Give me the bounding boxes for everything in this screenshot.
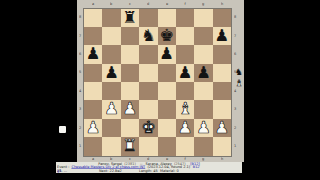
square-f8[interactable] — [176, 9, 194, 27]
square-b7[interactable] — [102, 27, 120, 45]
piece-black-pawn: ♟ — [196, 64, 211, 82]
square-e7[interactable]: ♚ — [158, 27, 176, 45]
last-move: 21. ... g5 — [57, 169, 61, 173]
moves-line: 21. ... g5 Next: 22.Be2 Length: 45 Mater… — [56, 169, 242, 173]
square-f2[interactable]: ♟ — [176, 119, 194, 137]
piece-black-pawn: ♟ — [215, 27, 230, 45]
piece-white-pawn: ♟ — [86, 119, 101, 137]
square-c5[interactable] — [121, 64, 139, 82]
rank-label-left-6: 6 — [77, 45, 84, 63]
piece-black-pawn: ♟ — [86, 45, 101, 63]
square-e3[interactable] — [158, 100, 176, 118]
square-h8[interactable] — [213, 9, 231, 27]
rank-label-right-3: 3 — [232, 101, 239, 119]
square-d2[interactable]: ♚ — [139, 119, 157, 137]
piece-white-king: ♚ — [141, 119, 156, 137]
square-c2[interactable] — [121, 119, 139, 137]
square-f5[interactable]: ♟ — [176, 64, 194, 82]
rank-label-right-7: 7 — [232, 27, 239, 45]
square-d7[interactable]: ♞ — [139, 27, 157, 45]
rank-label-left-1: 1 — [77, 137, 84, 155]
square-e4[interactable] — [158, 82, 176, 100]
square-g4[interactable] — [194, 82, 212, 100]
chess-board-panel: ♜♞♚♟♟♟♟♟♟♟♟♝♟♚♟♟♟♜ ♞ ♝ aabbccddeeffgghh8… — [77, 0, 244, 162]
rank-label-right-2: 2 — [232, 119, 239, 137]
square-h2[interactable]: ♟ — [213, 119, 231, 137]
rank-label-right-1: 1 — [232, 137, 239, 155]
square-b4[interactable] — [102, 82, 120, 100]
square-d6[interactable] — [139, 45, 157, 63]
square-h6[interactable] — [213, 45, 231, 63]
square-d1[interactable] — [139, 137, 157, 155]
rank-label-left-8: 8 — [77, 9, 84, 27]
piece-black-pawn: ♟ — [104, 64, 119, 82]
square-f6[interactable] — [176, 45, 194, 63]
square-b2[interactable] — [102, 119, 120, 137]
subtitle-artifact — [59, 126, 66, 133]
rank-label-left-3: 3 — [77, 101, 84, 119]
caption-text: Panov, Sergei (2381) -- Sarana, Alexey (… — [56, 162, 242, 173]
rank-label-left-7: 7 — [77, 27, 84, 45]
square-d5[interactable] — [139, 64, 157, 82]
square-e8[interactable] — [158, 9, 176, 27]
piece-black-king: ♚ — [159, 27, 174, 45]
file-label-top-f: f — [176, 1, 194, 9]
square-a7[interactable] — [84, 27, 102, 45]
square-b3[interactable]: ♟ — [102, 100, 120, 118]
square-h4[interactable] — [213, 82, 231, 100]
square-b8[interactable] — [102, 9, 120, 27]
square-g7[interactable] — [194, 27, 212, 45]
piece-white-pawn: ♟ — [123, 100, 138, 118]
rank-label-right-5: 5 — [232, 64, 239, 82]
square-e5[interactable] — [158, 64, 176, 82]
piece-white-bishop: ♝ — [178, 100, 193, 118]
piece-black-pawn: ♟ — [159, 45, 174, 63]
square-e2[interactable] — [158, 119, 176, 137]
square-c8[interactable]: ♜ — [121, 9, 139, 27]
piece-white-pawn: ♟ — [196, 119, 211, 137]
square-a2[interactable]: ♟ — [84, 119, 102, 137]
square-h3[interactable] — [213, 100, 231, 118]
square-c6[interactable] — [121, 45, 139, 63]
file-label-top-a: a — [84, 1, 102, 9]
file-label-top-c: c — [121, 1, 139, 9]
square-h5[interactable] — [213, 64, 231, 82]
board-grid: ♜♞♚♟♟♟♟♟♟♟♟♝♟♚♟♟♟♜ — [84, 9, 231, 156]
square-g8[interactable] — [194, 9, 212, 27]
square-f7[interactable] — [176, 27, 194, 45]
rank-label-right-8: 8 — [232, 9, 239, 27]
last-move-number: 21. ... — [57, 169, 67, 173]
piece-black-knight: ♞ — [141, 27, 156, 45]
square-a4[interactable] — [84, 82, 102, 100]
square-d4[interactable] — [139, 82, 157, 100]
square-b5[interactable]: ♟ — [102, 64, 120, 82]
square-g2[interactable]: ♟ — [194, 119, 212, 137]
game-length: Length: 45 — [139, 169, 158, 173]
video-frame: ♜♞♚♟♟♟♟♟♟♟♟♝♟♚♟♟♟♜ ♞ ♝ aabbccddeeffgghh8… — [0, 0, 320, 180]
square-g5[interactable]: ♟ — [194, 64, 212, 82]
rank-label-right-6: 6 — [232, 45, 239, 63]
next-move: Next: 22.Be2 — [99, 169, 122, 173]
piece-white-pawn: ♟ — [215, 119, 230, 137]
square-c7[interactable] — [121, 27, 139, 45]
file-label-top-b: b — [102, 1, 120, 9]
game-info-caption: Panov, Sergei (2381) -- Sarana, Alexey (… — [56, 162, 242, 173]
square-d3[interactable] — [139, 100, 157, 118]
square-g3[interactable] — [194, 100, 212, 118]
piece-black-rook: ♜ — [123, 9, 138, 27]
material-count: Material: 0 — [160, 169, 179, 173]
file-label-top-d: d — [139, 1, 157, 9]
piece-white-pawn: ♟ — [178, 119, 193, 137]
square-a3[interactable] — [84, 100, 102, 118]
square-h7[interactable]: ♟ — [213, 27, 231, 45]
square-a1[interactable] — [84, 137, 102, 155]
file-label-top-h: h — [213, 1, 231, 9]
square-c1[interactable]: ♜ — [121, 137, 139, 155]
rank-label-left-4: 4 — [77, 82, 84, 100]
square-c4[interactable] — [121, 82, 139, 100]
square-a6[interactable]: ♟ — [84, 45, 102, 63]
square-g6[interactable] — [194, 45, 212, 63]
piece-white-pawn: ♟ — [104, 100, 119, 118]
square-f1[interactable] — [176, 137, 194, 155]
rank-label-right-4: 4 — [232, 82, 239, 100]
square-a8[interactable] — [84, 9, 102, 27]
file-label-top-g: g — [194, 1, 212, 9]
rank-label-left-2: 2 — [77, 119, 84, 137]
piece-white-rook: ♜ — [123, 137, 138, 155]
square-e6[interactable]: ♟ — [158, 45, 176, 63]
square-d8[interactable] — [139, 9, 157, 27]
rank-label-left-5: 5 — [77, 64, 84, 82]
square-a5[interactable] — [84, 64, 102, 82]
square-f3[interactable]: ♝ — [176, 100, 194, 118]
square-f4[interactable] — [176, 82, 194, 100]
square-b6[interactable] — [102, 45, 120, 63]
file-label-top-e: e — [158, 1, 176, 9]
square-c3[interactable]: ♟ — [121, 100, 139, 118]
piece-black-pawn: ♟ — [178, 64, 193, 82]
square-h1[interactable] — [213, 137, 231, 155]
square-b1[interactable] — [102, 137, 120, 155]
square-e1[interactable] — [158, 137, 176, 155]
square-g1[interactable] — [194, 137, 212, 155]
